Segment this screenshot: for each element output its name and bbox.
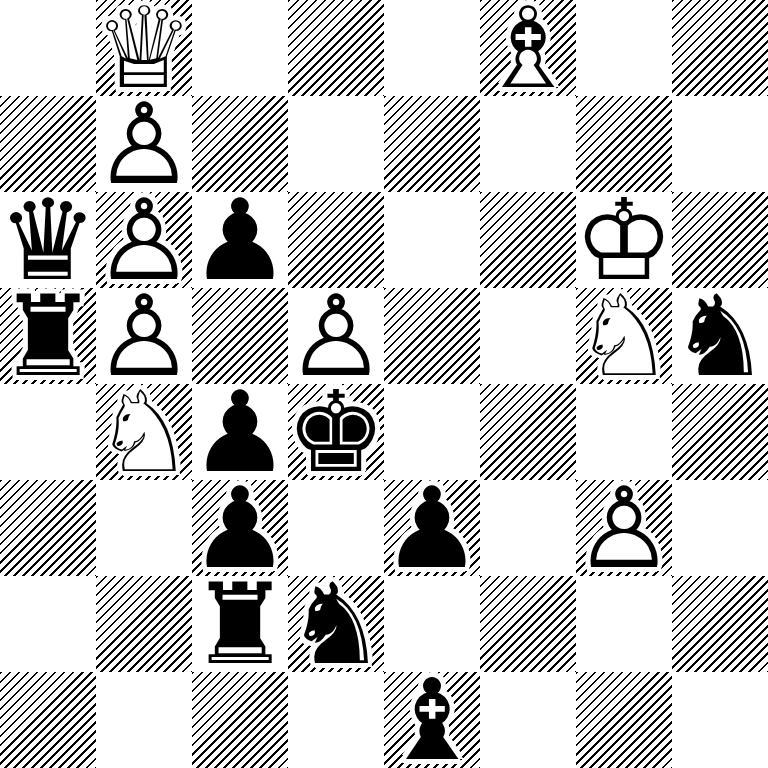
square-g5[interactable]: ♞♘: [576, 288, 672, 384]
piece-halo-white-pawn: ♟: [576, 480, 672, 576]
square-a8[interactable]: [0, 0, 96, 96]
square-e8[interactable]: [384, 0, 480, 96]
square-f4[interactable]: [480, 384, 576, 480]
square-f7[interactable]: [480, 96, 576, 192]
piece-halo-black-pawn: ♟: [192, 384, 288, 480]
piece-halo-black-king: ♚: [288, 384, 384, 480]
piece-halo-black-queen: ♛: [0, 192, 96, 288]
square-e2[interactable]: [384, 576, 480, 672]
black-pawn-e3[interactable]: ♟: [384, 480, 480, 576]
square-h8[interactable]: [672, 0, 768, 96]
square-a6[interactable]: ♛♛: [0, 192, 96, 288]
black-king-d4[interactable]: ♚: [288, 384, 384, 480]
square-a3[interactable]: [0, 480, 96, 576]
square-e3[interactable]: ♟♟: [384, 480, 480, 576]
square-f5[interactable]: [480, 288, 576, 384]
black-knight-h5[interactable]: ♞: [672, 288, 768, 384]
square-a4[interactable]: [0, 384, 96, 480]
piece-halo-black-rook: ♜: [192, 576, 288, 672]
square-b3[interactable]: [96, 480, 192, 576]
piece-halo-black-pawn: ♟: [192, 192, 288, 288]
square-f2[interactable]: [480, 576, 576, 672]
square-f3[interactable]: [480, 480, 576, 576]
square-c7[interactable]: [192, 96, 288, 192]
chess-board: ♛♕♝♗♟♙♛♛♟♙♟♟♚♔♜♜♟♙♟♙♞♘♞♞♞♘♟♟♚♚♟♟♟♟♟♙♜♜♞♞…: [0, 0, 768, 768]
square-b4[interactable]: ♞♘: [96, 384, 192, 480]
piece-halo-black-bishop: ♝: [384, 672, 480, 768]
square-b7[interactable]: ♟♙: [96, 96, 192, 192]
black-knight-d2[interactable]: ♞: [288, 576, 384, 672]
piece-halo-white-king: ♚: [576, 192, 672, 288]
square-h6[interactable]: [672, 192, 768, 288]
square-b6[interactable]: ♟♙: [96, 192, 192, 288]
square-h3[interactable]: [672, 480, 768, 576]
square-h5[interactable]: ♞♞: [672, 288, 768, 384]
white-pawn-b6[interactable]: ♙: [96, 192, 192, 288]
square-f1[interactable]: [480, 672, 576, 768]
piece-halo-white-knight: ♞: [96, 384, 192, 480]
square-d2[interactable]: ♞♞: [288, 576, 384, 672]
piece-halo-white-pawn: ♟: [96, 192, 192, 288]
white-pawn-d5[interactable]: ♙: [288, 288, 384, 384]
piece-halo-black-rook: ♜: [0, 288, 96, 384]
square-b2[interactable]: [96, 576, 192, 672]
square-c5[interactable]: [192, 288, 288, 384]
square-b5[interactable]: ♟♙: [96, 288, 192, 384]
square-e1[interactable]: ♝♝: [384, 672, 480, 768]
square-c4[interactable]: ♟♟: [192, 384, 288, 480]
square-d4[interactable]: ♚♚: [288, 384, 384, 480]
black-rook-a5[interactable]: ♜: [0, 288, 96, 384]
square-g7[interactable]: [576, 96, 672, 192]
square-e4[interactable]: [384, 384, 480, 480]
square-d3[interactable]: [288, 480, 384, 576]
square-h2[interactable]: [672, 576, 768, 672]
white-king-g6[interactable]: ♔: [576, 192, 672, 288]
piece-halo-black-knight: ♞: [288, 576, 384, 672]
square-c3[interactable]: ♟♟: [192, 480, 288, 576]
square-a1[interactable]: [0, 672, 96, 768]
square-d5[interactable]: ♟♙: [288, 288, 384, 384]
square-e6[interactable]: [384, 192, 480, 288]
square-h7[interactable]: [672, 96, 768, 192]
square-c2[interactable]: ♜♜: [192, 576, 288, 672]
white-pawn-b7[interactable]: ♙: [96, 96, 192, 192]
black-pawn-c4[interactable]: ♟: [192, 384, 288, 480]
piece-halo-white-pawn: ♟: [288, 288, 384, 384]
square-g8[interactable]: [576, 0, 672, 96]
square-b1[interactable]: [96, 672, 192, 768]
square-g1[interactable]: [576, 672, 672, 768]
square-d1[interactable]: [288, 672, 384, 768]
square-e5[interactable]: [384, 288, 480, 384]
black-pawn-c3[interactable]: ♟: [192, 480, 288, 576]
black-bishop-e1[interactable]: ♝: [384, 672, 480, 768]
white-bishop-f8[interactable]: ♗: [480, 0, 576, 96]
square-c1[interactable]: [192, 672, 288, 768]
white-knight-g5[interactable]: ♘: [576, 288, 672, 384]
square-d6[interactable]: [288, 192, 384, 288]
square-e7[interactable]: [384, 96, 480, 192]
square-a5[interactable]: ♜♜: [0, 288, 96, 384]
square-a2[interactable]: [0, 576, 96, 672]
piece-halo-white-pawn: ♟: [96, 288, 192, 384]
square-g4[interactable]: [576, 384, 672, 480]
square-d8[interactable]: [288, 0, 384, 96]
square-c6[interactable]: ♟♟: [192, 192, 288, 288]
square-g2[interactable]: [576, 576, 672, 672]
square-g3[interactable]: ♟♙: [576, 480, 672, 576]
square-f6[interactable]: [480, 192, 576, 288]
white-pawn-g3[interactable]: ♙: [576, 480, 672, 576]
piece-halo-white-bishop: ♝: [480, 0, 576, 96]
piece-halo-black-pawn: ♟: [192, 480, 288, 576]
piece-halo-white-queen: ♛: [96, 0, 192, 96]
piece-halo-black-pawn: ♟: [384, 480, 480, 576]
piece-halo-white-knight: ♞: [576, 288, 672, 384]
piece-halo-black-knight: ♞: [672, 288, 768, 384]
square-c8[interactable]: [192, 0, 288, 96]
square-b8[interactable]: ♛♕: [96, 0, 192, 96]
black-rook-c2[interactable]: ♜: [192, 576, 288, 672]
black-pawn-c6[interactable]: ♟: [192, 192, 288, 288]
black-queen-a6[interactable]: ♛: [0, 192, 96, 288]
white-pawn-b5[interactable]: ♙: [96, 288, 192, 384]
square-h4[interactable]: [672, 384, 768, 480]
square-f8[interactable]: ♝♗: [480, 0, 576, 96]
square-a7[interactable]: [0, 96, 96, 192]
white-knight-b4[interactable]: ♘: [96, 384, 192, 480]
square-d7[interactable]: [288, 96, 384, 192]
square-h1[interactable]: [672, 672, 768, 768]
piece-halo-white-pawn: ♟: [96, 96, 192, 192]
white-queen-b8[interactable]: ♕: [96, 0, 192, 96]
square-g6[interactable]: ♚♔: [576, 192, 672, 288]
